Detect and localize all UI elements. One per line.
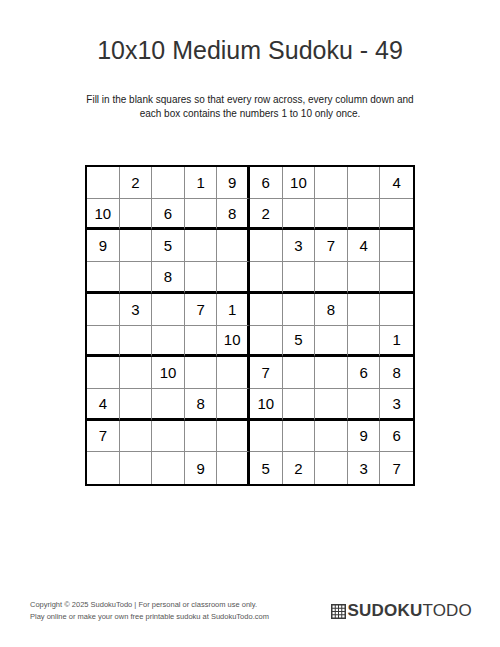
cell-r4c9[interactable] xyxy=(348,262,381,294)
cell-r7c1[interactable] xyxy=(87,357,120,389)
cell-r10c2[interactable] xyxy=(120,452,153,484)
page-title: 10x10 Medium Sudoku - 49 xyxy=(0,36,500,65)
cell-r1c6: 6 xyxy=(250,167,283,199)
instructions-line1: Fill in the blank squares so that every … xyxy=(86,94,413,105)
cell-r6c1[interactable] xyxy=(87,326,120,358)
cell-r8c8[interactable] xyxy=(315,389,348,421)
cell-r4c2[interactable] xyxy=(120,262,153,294)
cell-r2c7[interactable] xyxy=(283,199,316,231)
cell-r5c10[interactable] xyxy=(380,294,413,326)
cell-r4c8[interactable] xyxy=(315,262,348,294)
cell-r3c9: 4 xyxy=(348,230,381,262)
cell-r6c4[interactable] xyxy=(185,326,218,358)
cell-r6c6[interactable] xyxy=(250,326,283,358)
cell-r7c8[interactable] xyxy=(315,357,348,389)
cell-r9c5[interactable] xyxy=(217,421,250,453)
copyright-text: Copyright © 2025 SudokuTodo | For person… xyxy=(30,599,269,623)
cell-r1c2: 2 xyxy=(120,167,153,199)
cell-r10c3[interactable] xyxy=(152,452,185,484)
cell-r7c9: 6 xyxy=(348,357,381,389)
cell-r4c1[interactable] xyxy=(87,262,120,294)
cell-r9c2[interactable] xyxy=(120,421,153,453)
cell-r8c7[interactable] xyxy=(283,389,316,421)
cell-r6c5: 10 xyxy=(217,326,250,358)
cell-r10c6: 5 xyxy=(250,452,283,484)
cell-r5c4: 7 xyxy=(185,294,218,326)
cell-r2c10[interactable] xyxy=(380,199,413,231)
cell-r9c1: 7 xyxy=(87,421,120,453)
cell-r4c3: 8 xyxy=(152,262,185,294)
cell-r8c3[interactable] xyxy=(152,389,185,421)
cell-r9c7[interactable] xyxy=(283,421,316,453)
cell-r10c8[interactable] xyxy=(315,452,348,484)
cell-r10c10: 7 xyxy=(380,452,413,484)
cell-r2c6: 2 xyxy=(250,199,283,231)
cell-r7c10: 8 xyxy=(380,357,413,389)
cell-r7c2[interactable] xyxy=(120,357,153,389)
cell-r10c5[interactable] xyxy=(217,452,250,484)
cell-r4c10[interactable] xyxy=(380,262,413,294)
cell-r5c8: 8 xyxy=(315,294,348,326)
sudoku-printable-page: 10x10 Medium Sudoku - 49 Fill in the bla… xyxy=(0,0,500,647)
cell-r9c8[interactable] xyxy=(315,421,348,453)
cell-r7c4[interactable] xyxy=(185,357,218,389)
cell-r2c1: 10 xyxy=(87,199,120,231)
cell-r6c3[interactable] xyxy=(152,326,185,358)
cell-r3c10[interactable] xyxy=(380,230,413,262)
cell-r1c7: 10 xyxy=(283,167,316,199)
cell-r9c9: 9 xyxy=(348,421,381,453)
cell-r2c4[interactable] xyxy=(185,199,218,231)
sudoku-grid: 2196104106829537483718105110768481037969… xyxy=(85,165,415,486)
cell-r5c1[interactable] xyxy=(87,294,120,326)
cell-r6c7: 5 xyxy=(283,326,316,358)
cell-r9c10: 6 xyxy=(380,421,413,453)
cell-r5c3[interactable] xyxy=(152,294,185,326)
cell-r10c9: 3 xyxy=(348,452,381,484)
cell-r5c9[interactable] xyxy=(348,294,381,326)
cell-r3c1: 9 xyxy=(87,230,120,262)
cell-r6c9[interactable] xyxy=(348,326,381,358)
cell-r8c6: 10 xyxy=(250,389,283,421)
cell-r5c7[interactable] xyxy=(283,294,316,326)
cell-r2c9[interactable] xyxy=(348,199,381,231)
cell-r8c1: 4 xyxy=(87,389,120,421)
cell-r5c6[interactable] xyxy=(250,294,283,326)
cell-r3c6[interactable] xyxy=(250,230,283,262)
cell-r6c10: 1 xyxy=(380,326,413,358)
cell-r4c5[interactable] xyxy=(217,262,250,294)
page-footer: Copyright © 2025 SudokuTodo | For person… xyxy=(30,599,472,623)
cell-r10c1[interactable] xyxy=(87,452,120,484)
cell-r7c5[interactable] xyxy=(217,357,250,389)
cell-r1c4: 1 xyxy=(185,167,218,199)
copyright-line2: Play online or make your own free printa… xyxy=(30,611,269,623)
cell-r4c6[interactable] xyxy=(250,262,283,294)
cell-r9c4[interactable] xyxy=(185,421,218,453)
cell-r1c3[interactable] xyxy=(152,167,185,199)
logo-text-sudoku: SUDOKU xyxy=(348,601,423,621)
instructions: Fill in the blank squares so that every … xyxy=(0,93,500,120)
cell-r10c7: 2 xyxy=(283,452,316,484)
cell-r9c3[interactable] xyxy=(152,421,185,453)
logo-text-todo: TODO xyxy=(422,601,472,621)
cell-r5c2: 3 xyxy=(120,294,153,326)
copyright-line1: Copyright © 2025 SudokuTodo | For person… xyxy=(30,599,269,611)
cell-r3c4[interactable] xyxy=(185,230,218,262)
cell-r8c9[interactable] xyxy=(348,389,381,421)
cell-r2c2[interactable] xyxy=(120,199,153,231)
grid-icon xyxy=(331,604,348,619)
cell-r4c7[interactable] xyxy=(283,262,316,294)
cell-r7c3: 10 xyxy=(152,357,185,389)
sudokutodo-logo: SUDOKUTODO xyxy=(331,601,472,621)
cell-r7c7[interactable] xyxy=(283,357,316,389)
cell-r3c7: 3 xyxy=(283,230,316,262)
cell-r1c5: 9 xyxy=(217,167,250,199)
cell-r8c5[interactable] xyxy=(217,389,250,421)
cell-r2c3: 6 xyxy=(152,199,185,231)
cell-r3c5[interactable] xyxy=(217,230,250,262)
cell-r9c6[interactable] xyxy=(250,421,283,453)
cell-r8c2[interactable] xyxy=(120,389,153,421)
cell-r2c8[interactable] xyxy=(315,199,348,231)
cell-r5c5: 1 xyxy=(217,294,250,326)
cell-r3c8: 7 xyxy=(315,230,348,262)
cell-r8c10: 3 xyxy=(380,389,413,421)
cell-r2c5: 8 xyxy=(217,199,250,231)
cell-r1c8[interactable] xyxy=(315,167,348,199)
cell-r6c8[interactable] xyxy=(315,326,348,358)
cell-r1c9[interactable] xyxy=(348,167,381,199)
cell-r6c2[interactable] xyxy=(120,326,153,358)
cell-r7c6: 7 xyxy=(250,357,283,389)
instructions-line2: each box contains the numbers 1 to 10 on… xyxy=(140,108,361,119)
cell-r3c2[interactable] xyxy=(120,230,153,262)
cell-r1c1[interactable] xyxy=(87,167,120,199)
cell-r3c3: 5 xyxy=(152,230,185,262)
cell-r10c4: 9 xyxy=(185,452,218,484)
cell-r8c4: 8 xyxy=(185,389,218,421)
cell-r4c4[interactable] xyxy=(185,262,218,294)
cell-r1c10: 4 xyxy=(380,167,413,199)
